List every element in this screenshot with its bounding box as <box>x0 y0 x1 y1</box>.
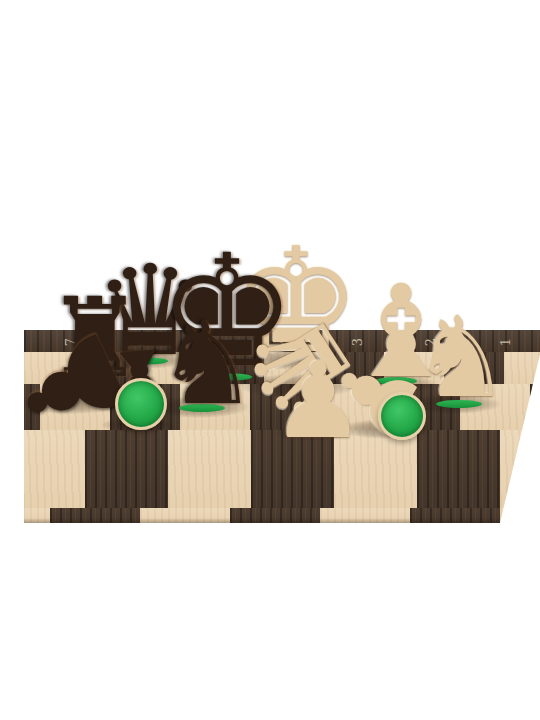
green-felt-base <box>115 378 167 430</box>
green-felt-base <box>378 392 426 440</box>
light-pawn: ♟ <box>271 349 365 454</box>
chess-pieces: ♜♛♚♞♟♝♚♛♟♝♞♟ <box>0 0 540 720</box>
chess-product-photo: 7654321 ♜♛♚♞♟♝♚♛♟♝♞♟ <box>0 0 540 720</box>
